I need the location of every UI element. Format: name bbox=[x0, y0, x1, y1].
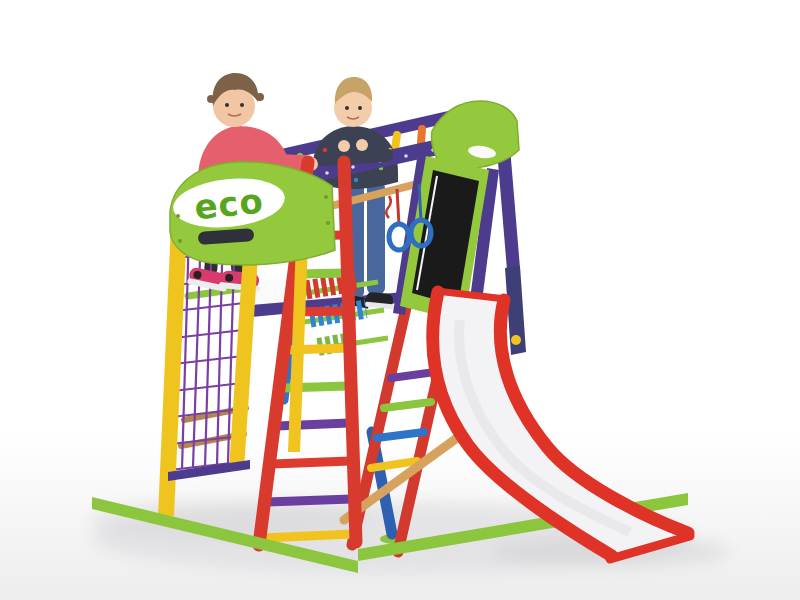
eco-logo-text: eco bbox=[192, 180, 265, 227]
boy-hand bbox=[356, 139, 368, 151]
monkey-bar-rung bbox=[421, 129, 422, 143]
boy-eye bbox=[358, 106, 362, 110]
boy-hand bbox=[338, 140, 350, 152]
play-gym-illustration: eco bbox=[0, 0, 800, 600]
headboard-panel: eco bbox=[170, 162, 335, 265]
girl-eye bbox=[240, 103, 244, 107]
boy-head bbox=[334, 77, 372, 127]
boy-arm bbox=[324, 155, 386, 159]
front-ladder-rung bbox=[262, 534, 353, 538]
product-photo: eco bbox=[0, 0, 800, 600]
knob bbox=[511, 335, 521, 345]
front-ladder-rung bbox=[277, 423, 349, 426]
monkey-bar-rung bbox=[395, 135, 397, 149]
boy-eye bbox=[345, 106, 349, 110]
front-ladder-rung bbox=[272, 461, 350, 464]
front-ladder-rung bbox=[267, 499, 352, 502]
girl-eye bbox=[225, 103, 229, 107]
